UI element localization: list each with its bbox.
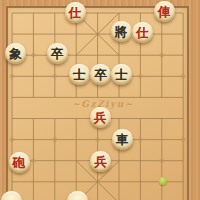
piece-black-elephant[interactable]: 象 [5,43,26,64]
piece-red-cannon[interactable]: 砲 [9,152,30,173]
piece-red-soldier[interactable]: 兵 [90,151,111,172]
piece-red-advisor[interactable]: 仕 [65,2,86,23]
piece-black-advisor[interactable]: 士 [69,64,90,85]
piece-black-soldier[interactable]: 卒 [47,43,68,64]
piece-red-advisor[interactable]: 仕 [132,22,153,43]
piece-black-advisor[interactable]: 士 [111,64,132,85]
piece-black-general[interactable]: 將 [111,21,132,42]
piece-black-soldier[interactable]: 卒 [90,64,111,85]
highlight-dot-marker [159,177,167,185]
piece-red-chariot[interactable]: 俥 [154,1,175,22]
piece-black-chariot[interactable]: 車 [112,129,133,150]
piece-red-soldier[interactable]: 兵 [90,107,111,128]
xiangqi-board: ~GzZiyu~ 仕俥將仕象卒士卒士兵車砲兵 [0,0,200,200]
